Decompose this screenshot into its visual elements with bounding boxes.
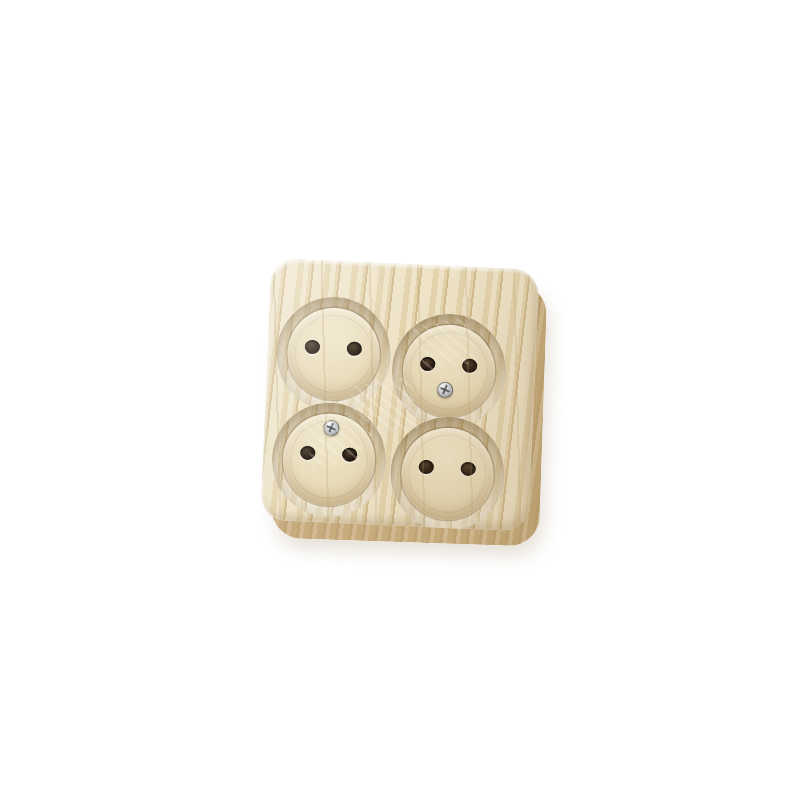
pin-hole-right-top-right xyxy=(462,359,478,374)
pin-hole-right-bottom-right xyxy=(460,462,476,477)
socket-top-right xyxy=(390,312,509,431)
pin-hole-left-top-left xyxy=(305,340,321,355)
socket-top-left xyxy=(274,294,393,413)
phillips-screw-bottom-left xyxy=(323,420,340,437)
socket-bottom-right xyxy=(388,415,507,532)
socket-insert-top-right xyxy=(401,323,497,419)
quad-socket-product xyxy=(260,258,539,531)
socket-bottom-left xyxy=(270,400,389,519)
pin-hole-left-bottom-left xyxy=(300,446,316,461)
pin-hole-left-bottom-right xyxy=(418,460,434,475)
pin-hole-right-bottom-left xyxy=(342,447,358,462)
product-faceplate xyxy=(260,258,539,531)
socket-insert-bottom-left xyxy=(281,412,377,508)
socket-insert-top-left xyxy=(286,306,382,402)
product-photo-canvas xyxy=(0,0,800,800)
pin-hole-right-top-left xyxy=(347,341,363,356)
socket-insert-bottom-right xyxy=(400,426,496,522)
phillips-screw-top-right xyxy=(437,381,454,398)
pin-hole-left-top-right xyxy=(420,357,436,372)
